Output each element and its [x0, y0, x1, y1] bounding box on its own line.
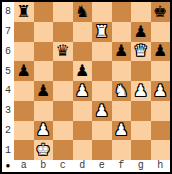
- square-f3[interactable]: [112, 101, 132, 121]
- piece-white-king-b1: ♚: [36, 142, 50, 158]
- file-label-h: h: [151, 160, 171, 172]
- square-f6[interactable]: ♟: [112, 42, 132, 62]
- square-e1[interactable]: [92, 140, 112, 160]
- file-label-c: c: [53, 160, 73, 172]
- piece-white-pawn-d4: ♟: [75, 83, 89, 99]
- piece-black-king-h8: ♚: [153, 4, 167, 20]
- square-a6[interactable]: [14, 42, 34, 62]
- file-label-d: d: [73, 160, 93, 172]
- square-e7[interactable]: ♜: [92, 22, 112, 42]
- square-f4[interactable]: ♞: [112, 81, 132, 101]
- square-f8[interactable]: [112, 2, 132, 22]
- square-c1[interactable]: [53, 140, 73, 160]
- rank-label-1: 1: [2, 140, 14, 160]
- piece-black-pawn-a5: ♟: [17, 63, 31, 79]
- square-d1[interactable]: [73, 140, 93, 160]
- square-a8[interactable]: ♜: [14, 2, 34, 22]
- piece-black-pawn-g7: ♟: [134, 24, 148, 40]
- square-e5[interactable]: [92, 61, 112, 81]
- square-b8[interactable]: [34, 2, 54, 22]
- piece-white-queen-g6: ♛: [134, 43, 148, 59]
- square-g5[interactable]: [131, 61, 151, 81]
- square-e3[interactable]: ♟: [92, 101, 112, 121]
- square-h2[interactable]: [151, 121, 171, 141]
- rank-label-3: 3: [2, 101, 14, 121]
- square-g2[interactable]: [131, 121, 151, 141]
- square-b5[interactable]: [34, 61, 54, 81]
- square-h3[interactable]: [151, 101, 171, 121]
- file-label-b: b: [34, 160, 54, 172]
- rank-label-8: 8: [2, 2, 14, 22]
- square-b1[interactable]: ♚: [34, 140, 54, 160]
- piece-black-queen-c6: ♛: [56, 43, 70, 59]
- square-g7[interactable]: ♟: [131, 22, 151, 42]
- square-g1[interactable]: [131, 140, 151, 160]
- chess-board: ♜♞♚♜♟♛♟♛♟♟♟♟♟♞♟♟♟♟♟♚: [14, 2, 170, 160]
- piece-black-pawn-d5: ♟: [75, 63, 89, 79]
- rank-label-7: 7: [2, 22, 14, 42]
- rank-label-4: 4: [2, 81, 14, 101]
- square-a4[interactable]: [14, 81, 34, 101]
- square-g3[interactable]: [131, 101, 151, 121]
- square-d5[interactable]: ♟: [73, 61, 93, 81]
- square-g6[interactable]: ♛: [131, 42, 151, 62]
- file-label-g: g: [131, 160, 151, 172]
- bottom-strip: ● abcdefgh: [2, 160, 170, 172]
- rank-labels: 87654321: [2, 2, 14, 160]
- square-c2[interactable]: [53, 121, 73, 141]
- square-f2[interactable]: ♟: [112, 121, 132, 141]
- square-c6[interactable]: ♛: [53, 42, 73, 62]
- square-b7[interactable]: [34, 22, 54, 42]
- square-e6[interactable]: [92, 42, 112, 62]
- square-c7[interactable]: [53, 22, 73, 42]
- piece-black-pawn-b4: ♟: [36, 83, 50, 99]
- square-h5[interactable]: [151, 61, 171, 81]
- square-c8[interactable]: [53, 2, 73, 22]
- piece-white-pawn-f2: ♟: [114, 122, 128, 138]
- square-h4[interactable]: ♟: [151, 81, 171, 101]
- file-label-f: f: [112, 160, 132, 172]
- square-d6[interactable]: [73, 42, 93, 62]
- square-c3[interactable]: [53, 101, 73, 121]
- chess-board-frame: 87654321 ♜♞♚♜♟♛♟♛♟♟♟♟♟♞♟♟♟♟♟♚ ● abcdefgh: [0, 0, 172, 174]
- square-g8[interactable]: [131, 2, 151, 22]
- piece-white-pawn-b2: ♟: [36, 122, 50, 138]
- piece-white-pawn-e3: ♟: [95, 103, 109, 119]
- square-c5[interactable]: [53, 61, 73, 81]
- rank-label-5: 5: [2, 61, 14, 81]
- square-a5[interactable]: ♟: [14, 61, 34, 81]
- square-b2[interactable]: ♟: [34, 121, 54, 141]
- square-f7[interactable]: [112, 22, 132, 42]
- square-e4[interactable]: [92, 81, 112, 101]
- black-to-move-indicator: ●: [2, 160, 14, 172]
- piece-black-rook-a8: ♜: [17, 4, 31, 20]
- square-b3[interactable]: [34, 101, 54, 121]
- piece-black-pawn-f6: ♟: [114, 43, 128, 59]
- square-f5[interactable]: [112, 61, 132, 81]
- square-a7[interactable]: [14, 22, 34, 42]
- square-a1[interactable]: [14, 140, 34, 160]
- square-e2[interactable]: [92, 121, 112, 141]
- square-e8[interactable]: [92, 2, 112, 22]
- square-d2[interactable]: [73, 121, 93, 141]
- piece-black-knight-d8: ♞: [75, 4, 89, 20]
- square-h1[interactable]: [151, 140, 171, 160]
- square-d4[interactable]: ♟: [73, 81, 93, 101]
- square-h6[interactable]: ♟: [151, 42, 171, 62]
- square-a2[interactable]: [14, 121, 34, 141]
- piece-black-pawn-h6: ♟: [153, 43, 167, 59]
- piece-white-pawn-h4: ♟: [153, 83, 167, 99]
- square-d8[interactable]: ♞: [73, 2, 93, 22]
- rank-label-6: 6: [2, 42, 14, 62]
- square-h8[interactable]: ♚: [151, 2, 171, 22]
- file-label-a: a: [14, 160, 34, 172]
- square-d7[interactable]: [73, 22, 93, 42]
- square-d3[interactable]: [73, 101, 93, 121]
- square-c4[interactable]: [53, 81, 73, 101]
- square-a3[interactable]: [14, 101, 34, 121]
- piece-white-rook-e7: ♜: [95, 24, 109, 40]
- piece-white-knight-f4: ♞: [114, 83, 128, 99]
- square-f1[interactable]: [112, 140, 132, 160]
- square-g4[interactable]: ♟: [131, 81, 151, 101]
- piece-white-pawn-g4: ♟: [134, 83, 148, 99]
- square-b4[interactable]: ♟: [34, 81, 54, 101]
- square-h7[interactable]: [151, 22, 171, 42]
- rank-label-2: 2: [2, 121, 14, 141]
- file-label-e: e: [92, 160, 112, 172]
- square-b6[interactable]: [34, 42, 54, 62]
